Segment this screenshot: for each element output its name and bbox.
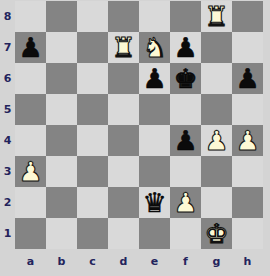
file-label-h: h [232, 249, 263, 273]
white-pawn-g4[interactable]: ♟ [201, 125, 232, 156]
square-h8[interactable] [232, 1, 263, 32]
square-d8[interactable] [108, 1, 139, 32]
square-a3[interactable]: ♟ [15, 156, 46, 187]
file-labels: abcdefgh [15, 249, 263, 273]
square-b6[interactable] [46, 63, 77, 94]
square-e3[interactable] [139, 156, 170, 187]
square-a5[interactable] [15, 94, 46, 125]
square-g3[interactable] [201, 156, 232, 187]
rank-label-2: 2 [0, 187, 15, 218]
file-label-c: c [77, 249, 108, 273]
square-e5[interactable] [139, 94, 170, 125]
white-pawn-a3[interactable]: ♟ [15, 156, 46, 187]
square-e4[interactable] [139, 125, 170, 156]
file-label-d: d [108, 249, 139, 273]
square-d7[interactable]: ♜ [108, 32, 139, 63]
white-rook-d7[interactable]: ♜ [108, 32, 139, 63]
square-f2[interactable]: ♟ [170, 187, 201, 218]
square-d5[interactable] [108, 94, 139, 125]
square-c2[interactable] [77, 187, 108, 218]
square-h6[interactable]: ♟ [232, 63, 263, 94]
square-g4[interactable]: ♟ [201, 125, 232, 156]
black-queen-e2[interactable]: ♛ [139, 187, 170, 218]
black-pawn-f7[interactable]: ♟ [170, 32, 201, 63]
square-f4[interactable]: ♟ [170, 125, 201, 156]
rank-label-1: 1 [0, 218, 15, 249]
square-h2[interactable] [232, 187, 263, 218]
white-pawn-f2[interactable]: ♟ [170, 187, 201, 218]
square-b2[interactable] [46, 187, 77, 218]
square-e6[interactable]: ♟ [139, 63, 170, 94]
rank-label-8: 8 [0, 1, 15, 32]
file-label-e: e [139, 249, 170, 273]
file-label-b: b [46, 249, 77, 273]
square-f3[interactable] [170, 156, 201, 187]
square-f7[interactable]: ♟ [170, 32, 201, 63]
square-a4[interactable] [15, 125, 46, 156]
square-f8[interactable] [170, 1, 201, 32]
square-f5[interactable] [170, 94, 201, 125]
square-d2[interactable] [108, 187, 139, 218]
rank-label-7: 7 [0, 32, 15, 63]
white-knight-e7[interactable]: ♞ [139, 32, 170, 63]
file-label-g: g [201, 249, 232, 273]
square-a2[interactable] [15, 187, 46, 218]
square-e8[interactable] [139, 1, 170, 32]
square-a1[interactable] [15, 218, 46, 249]
square-g6[interactable] [201, 63, 232, 94]
file-label-a: a [15, 249, 46, 273]
square-c3[interactable] [77, 156, 108, 187]
square-d1[interactable] [108, 218, 139, 249]
black-pawn-a7[interactable]: ♟ [15, 32, 46, 63]
square-b1[interactable] [46, 218, 77, 249]
square-c8[interactable] [77, 1, 108, 32]
rank-label-4: 4 [0, 125, 15, 156]
square-b3[interactable] [46, 156, 77, 187]
white-rook-g8[interactable]: ♜ [201, 1, 232, 32]
square-e7[interactable]: ♞ [139, 32, 170, 63]
rank-label-6: 6 [0, 63, 15, 94]
square-h5[interactable] [232, 94, 263, 125]
square-d6[interactable] [108, 63, 139, 94]
square-g7[interactable] [201, 32, 232, 63]
square-e2[interactable]: ♛ [139, 187, 170, 218]
square-h7[interactable] [232, 32, 263, 63]
square-a7[interactable]: ♟ [15, 32, 46, 63]
square-c1[interactable] [77, 218, 108, 249]
square-f1[interactable] [170, 218, 201, 249]
square-h1[interactable] [232, 218, 263, 249]
square-c7[interactable] [77, 32, 108, 63]
square-d4[interactable] [108, 125, 139, 156]
chess-diagram: 87654321 ♜♟♜♞♟♟♚♟♟♟♟♟♛♟♚ abcdefgh [0, 0, 270, 276]
square-b8[interactable] [46, 1, 77, 32]
black-pawn-f4[interactable]: ♟ [170, 125, 201, 156]
file-label-f: f [170, 249, 201, 273]
square-c6[interactable] [77, 63, 108, 94]
square-c4[interactable] [77, 125, 108, 156]
white-pawn-h4[interactable]: ♟ [232, 125, 263, 156]
square-c5[interactable] [77, 94, 108, 125]
black-pawn-e6[interactable]: ♟ [139, 63, 170, 94]
square-h4[interactable]: ♟ [232, 125, 263, 156]
white-king-g1[interactable]: ♚ [201, 218, 232, 249]
rank-label-5: 5 [0, 94, 15, 125]
square-f6[interactable]: ♚ [170, 63, 201, 94]
square-b4[interactable] [46, 125, 77, 156]
square-g2[interactable] [201, 187, 232, 218]
square-d3[interactable] [108, 156, 139, 187]
square-a8[interactable] [15, 1, 46, 32]
square-b7[interactable] [46, 32, 77, 63]
rank-labels: 87654321 [0, 1, 15, 249]
chess-board: ♜♟♜♞♟♟♚♟♟♟♟♟♛♟♚ [15, 1, 263, 249]
black-pawn-h6[interactable]: ♟ [232, 63, 263, 94]
black-king-f6[interactable]: ♚ [170, 63, 201, 94]
rank-label-3: 3 [0, 156, 15, 187]
square-g1[interactable]: ♚ [201, 218, 232, 249]
square-g5[interactable] [201, 94, 232, 125]
square-g8[interactable]: ♜ [201, 1, 232, 32]
square-b5[interactable] [46, 94, 77, 125]
square-h3[interactable] [232, 156, 263, 187]
square-e1[interactable] [139, 218, 170, 249]
square-a6[interactable] [15, 63, 46, 94]
